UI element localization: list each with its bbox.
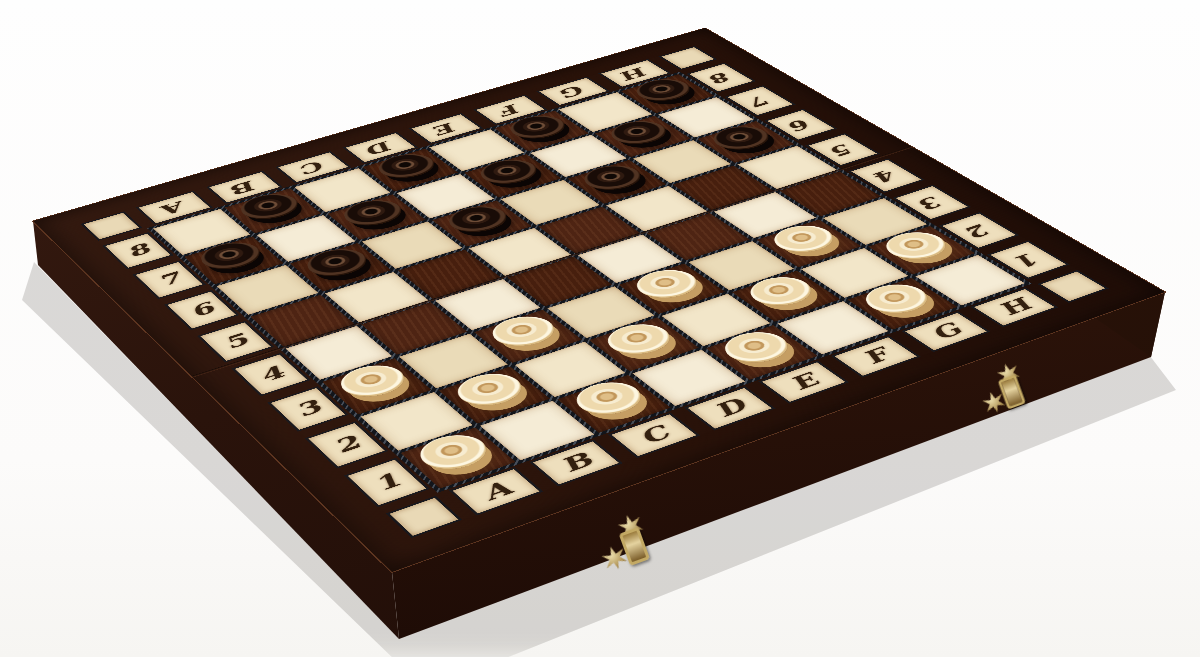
checkers-board: ABCDEFGH ABCDEFGH 87654321 87654321 — [33, 28, 1165, 572]
board-photo-scene: ABCDEFGH ABCDEFGH 87654321 87654321 — [0, 0, 1200, 657]
